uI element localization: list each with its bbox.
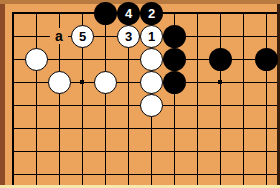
star-point xyxy=(80,80,84,84)
white-stone-move-3: 3 xyxy=(117,25,140,48)
grid-line-vertical-11 xyxy=(243,12,244,185)
white-stone xyxy=(140,94,163,117)
board-edge-top xyxy=(0,0,280,4)
white-stone xyxy=(140,48,163,71)
black-stone xyxy=(163,25,186,48)
white-stone xyxy=(25,48,48,71)
black-stone xyxy=(163,48,186,71)
white-stone xyxy=(140,71,163,94)
grid-line-horizontal-8 xyxy=(12,174,277,175)
black-stone-move-4: 4 xyxy=(117,2,140,25)
grid-line-horizontal-6 xyxy=(12,128,277,129)
stone-number: 2 xyxy=(148,7,155,20)
stone-number: 1 xyxy=(148,30,155,43)
white-stone-move-1: 1 xyxy=(140,25,163,48)
grid-line-vertical-10 xyxy=(220,12,221,185)
white-stone xyxy=(48,71,71,94)
letter-mark-a: a xyxy=(50,28,68,44)
board-edge-right xyxy=(277,4,280,185)
black-stone xyxy=(163,71,186,94)
stone-number: 5 xyxy=(79,30,86,43)
grid-line-vertical-9 xyxy=(197,12,198,185)
grid-line-vertical-5 xyxy=(105,12,106,185)
white-stone-move-5: 5 xyxy=(71,25,94,48)
grid-line-vertical-1 xyxy=(12,12,14,185)
board-edge-bottom xyxy=(0,185,280,188)
go-diagram: a42531 xyxy=(0,0,280,188)
black-stone xyxy=(255,48,278,71)
black-stone xyxy=(94,2,117,25)
black-stone-move-2: 2 xyxy=(140,2,163,25)
grid-line-horizontal-7 xyxy=(12,151,277,152)
white-stone xyxy=(94,71,117,94)
board-edge-left xyxy=(0,4,5,185)
black-stone xyxy=(209,48,232,71)
stone-number: 3 xyxy=(125,30,132,43)
grid-line-vertical-2 xyxy=(36,12,37,185)
stone-number: 4 xyxy=(125,7,132,20)
star-point xyxy=(218,80,222,84)
go-board xyxy=(0,0,280,188)
grid-line-vertical-12 xyxy=(266,12,267,185)
